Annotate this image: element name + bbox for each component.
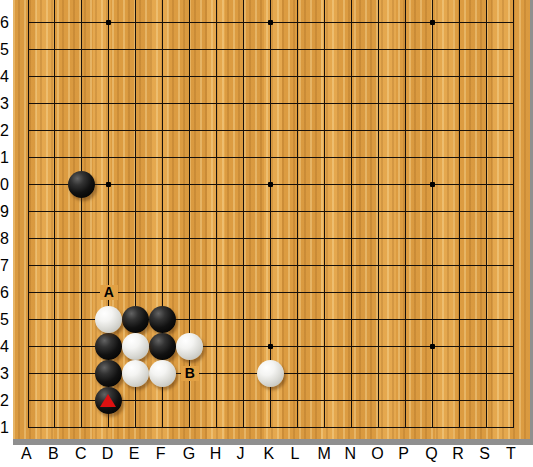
row-label-4: 4 (0, 338, 9, 356)
grid-line-row-14 (28, 76, 514, 77)
grid-line-col-L (297, 0, 298, 428)
column-label-J: J (237, 445, 245, 463)
column-label-K: K (264, 445, 275, 463)
star-point-Q4 (430, 344, 435, 349)
row-label-13: 3 (0, 95, 9, 113)
grid-line-col-S (486, 0, 487, 428)
grid-line-row-1 (28, 427, 514, 428)
row-label-9: 9 (0, 203, 9, 221)
grid-line-col-R (459, 0, 460, 428)
star-point-D16 (106, 20, 111, 25)
white-stone-E3[interactable] (122, 360, 149, 387)
row-label-15: 5 (0, 41, 9, 59)
grid-line-col-H (216, 0, 217, 428)
row-label-7: 7 (0, 257, 9, 275)
row-label-6: 6 (0, 284, 9, 302)
black-stone-D2[interactable] (95, 387, 122, 414)
column-label-C: C (75, 445, 87, 463)
black-stone-D4[interactable] (95, 333, 122, 360)
grid-line-col-B (54, 0, 55, 428)
black-stone-C10[interactable] (68, 171, 95, 198)
row-label-5: 5 (0, 311, 9, 329)
row-label-14: 4 (0, 68, 9, 86)
star-point-K4 (268, 344, 273, 349)
column-label-G: G (183, 445, 195, 463)
goban[interactable]: AB (13, 0, 530, 439)
grid-line-row-11 (28, 157, 514, 158)
column-label-F: F (156, 445, 166, 463)
column-label-S: S (479, 445, 490, 463)
column-label-T: T (506, 445, 516, 463)
column-label-N: N (344, 445, 356, 463)
white-stone-G4[interactable] (176, 333, 203, 360)
column-label-O: O (371, 445, 383, 463)
point-label-A[interactable]: A (100, 285, 118, 300)
row-label-16: 6 (0, 14, 9, 32)
column-label-P: P (398, 445, 409, 463)
column-coordinate-strip: ABCDEFGHJKLMNOPQRST (0, 445, 533, 467)
white-stone-E4[interactable] (122, 333, 149, 360)
column-label-B: B (48, 445, 59, 463)
grid-line-col-P (405, 0, 406, 428)
row-label-3: 3 (0, 365, 9, 383)
column-label-H: H (210, 445, 222, 463)
point-label-B[interactable]: B (181, 366, 199, 381)
row-label-2: 2 (0, 392, 9, 410)
column-label-M: M (317, 445, 330, 463)
grid-line-col-A (28, 0, 29, 428)
grid-line-row-9 (28, 211, 514, 212)
black-stone-F4[interactable] (149, 333, 176, 360)
grid-line-col-Q (432, 0, 433, 428)
grid-line-row-15 (28, 49, 514, 50)
star-point-K16 (268, 20, 273, 25)
grid-line-row-12 (28, 130, 514, 131)
black-stone-E5[interactable] (122, 306, 149, 333)
column-label-Q: Q (425, 445, 437, 463)
row-label-1: 1 (0, 419, 9, 437)
white-stone-F3[interactable] (149, 360, 176, 387)
grid-line-col-N (351, 0, 352, 428)
grid-line-col-T (513, 0, 514, 428)
white-stone-K3[interactable] (257, 360, 284, 387)
row-coordinate-strip: 6543210987654321 (0, 0, 13, 445)
row-label-10: 0 (0, 176, 9, 194)
column-label-E: E (129, 445, 140, 463)
white-stone-D5[interactable] (95, 306, 122, 333)
triangle-marker-icon (100, 394, 116, 407)
star-point-Q10 (430, 182, 435, 187)
grid-line-row-7 (28, 265, 514, 266)
column-label-D: D (102, 445, 114, 463)
black-stone-F5[interactable] (149, 306, 176, 333)
row-label-8: 8 (0, 230, 9, 248)
star-point-D10 (106, 182, 111, 187)
grid-line-row-8 (28, 238, 514, 239)
row-label-12: 2 (0, 122, 9, 140)
grid-line-col-J (243, 0, 244, 428)
grid-line-col-C (81, 0, 82, 428)
column-label-A: A (21, 445, 32, 463)
grid-line-col-G (189, 0, 190, 428)
go-diagram: AB 6543210987654321 ABCDEFGHJKLMNOPQRST (0, 0, 533, 467)
column-label-R: R (452, 445, 464, 463)
column-label-L: L (291, 445, 300, 463)
star-point-Q16 (430, 20, 435, 25)
black-stone-D3[interactable] (95, 360, 122, 387)
star-point-K10 (268, 182, 273, 187)
grid-line-col-M (324, 0, 325, 428)
row-label-11: 1 (0, 149, 9, 167)
grid-line-row-13 (28, 103, 514, 104)
grid-line-col-O (378, 0, 379, 428)
